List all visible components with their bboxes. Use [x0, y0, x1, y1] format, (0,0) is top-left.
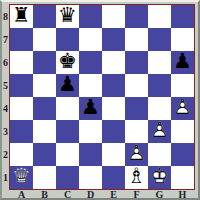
square-a2[interactable] [10, 143, 33, 166]
piece-white-pawn[interactable]: ♟ [148, 119, 171, 142]
rank-label-6: 6 [2, 51, 9, 74]
square-g2[interactable] [148, 143, 171, 166]
piece-black-pawn[interactable]: ♟ [56, 73, 79, 96]
file-label-A: A [10, 190, 33, 200]
chess-diagram: 87654321 ♜♛♚♟♟♟♟♙♟♙♟♙♛♕♝♗♚♔ ABCDEFGH [0, 0, 200, 200]
file-label-H: H [171, 190, 194, 200]
square-g5[interactable] [148, 74, 171, 97]
square-f2[interactable]: ♟♙ [125, 143, 148, 166]
square-c2[interactable] [56, 143, 79, 166]
square-b4[interactable] [33, 97, 56, 120]
square-d8[interactable] [79, 5, 102, 28]
square-b6[interactable] [33, 51, 56, 74]
square-b7[interactable] [33, 28, 56, 51]
square-h5[interactable] [171, 74, 194, 97]
piece-white-pawn[interactable]: ♟ [125, 142, 148, 165]
square-g1[interactable]: ♚♔ [148, 166, 171, 189]
square-e5[interactable] [102, 74, 125, 97]
piece-black-pawn[interactable]: ♟ [171, 50, 194, 73]
square-c3[interactable] [56, 120, 79, 143]
square-h2[interactable] [171, 143, 194, 166]
square-e4[interactable] [102, 97, 125, 120]
square-d2[interactable] [79, 143, 102, 166]
square-c5[interactable]: ♟ [56, 74, 79, 97]
piece-white-bishop-outline: ♗ [125, 165, 148, 188]
file-label-E: E [102, 190, 125, 200]
square-a5[interactable] [10, 74, 33, 97]
rank-labels: 87654321 [2, 5, 9, 189]
rank-label-3: 3 [2, 120, 9, 143]
square-a1[interactable]: ♛♕ [10, 166, 33, 189]
square-f5[interactable] [125, 74, 148, 97]
square-b1[interactable] [33, 166, 56, 189]
piece-white-pawn-outline: ♙ [125, 142, 148, 165]
square-d6[interactable] [79, 51, 102, 74]
square-c7[interactable] [56, 28, 79, 51]
file-label-C: C [56, 190, 79, 200]
piece-white-queen-outline: ♕ [10, 165, 33, 188]
square-e6[interactable] [102, 51, 125, 74]
piece-white-bishop[interactable]: ♝ [125, 165, 148, 188]
rank-label-2: 2 [2, 143, 9, 166]
square-a3[interactable] [10, 120, 33, 143]
square-g4[interactable] [148, 97, 171, 120]
square-e3[interactable] [102, 120, 125, 143]
square-f8[interactable] [125, 5, 148, 28]
square-e2[interactable] [102, 143, 125, 166]
square-g3[interactable]: ♟♙ [148, 120, 171, 143]
piece-white-pawn[interactable]: ♟ [171, 96, 194, 119]
piece-white-pawn-outline: ♙ [148, 119, 171, 142]
square-f6[interactable] [125, 51, 148, 74]
square-c8[interactable]: ♛ [56, 5, 79, 28]
square-c6[interactable]: ♚ [56, 51, 79, 74]
square-h7[interactable] [171, 28, 194, 51]
rank-label-8: 8 [2, 5, 9, 28]
piece-black-rook[interactable]: ♜ [10, 4, 33, 27]
chess-board[interactable]: ♜♛♚♟♟♟♟♙♟♙♟♙♛♕♝♗♚♔ [9, 4, 195, 190]
square-h4[interactable]: ♟♙ [171, 97, 194, 120]
square-d3[interactable] [79, 120, 102, 143]
rank-label-1: 1 [2, 166, 9, 189]
square-a6[interactable] [10, 51, 33, 74]
file-label-F: F [125, 190, 148, 200]
square-c4[interactable] [56, 97, 79, 120]
square-d4[interactable]: ♟ [79, 97, 102, 120]
square-b8[interactable] [33, 5, 56, 28]
square-f1[interactable]: ♝♗ [125, 166, 148, 189]
piece-black-king[interactable]: ♚ [56, 50, 79, 73]
piece-white-pawn-outline: ♙ [171, 96, 194, 119]
square-g7[interactable] [148, 28, 171, 51]
file-label-G: G [148, 190, 171, 200]
square-c1[interactable] [56, 166, 79, 189]
file-label-D: D [79, 190, 102, 200]
piece-white-queen[interactable]: ♛ [10, 165, 33, 188]
square-b2[interactable] [33, 143, 56, 166]
file-label-B: B [33, 190, 56, 200]
square-b3[interactable] [33, 120, 56, 143]
square-h3[interactable] [171, 120, 194, 143]
square-h6[interactable]: ♟ [171, 51, 194, 74]
square-d1[interactable] [79, 166, 102, 189]
rank-label-5: 5 [2, 74, 9, 97]
file-labels: ABCDEFGH [10, 190, 194, 200]
square-b5[interactable] [33, 74, 56, 97]
square-f3[interactable] [125, 120, 148, 143]
square-e1[interactable] [102, 166, 125, 189]
square-e7[interactable] [102, 28, 125, 51]
piece-white-king[interactable]: ♚ [148, 165, 171, 188]
square-h1[interactable] [171, 166, 194, 189]
square-f7[interactable] [125, 28, 148, 51]
square-e8[interactable] [102, 5, 125, 28]
square-g6[interactable] [148, 51, 171, 74]
square-h8[interactable] [171, 5, 194, 28]
piece-white-king-outline: ♔ [148, 165, 171, 188]
square-d7[interactable] [79, 28, 102, 51]
rank-label-4: 4 [2, 97, 9, 120]
square-d5[interactable] [79, 74, 102, 97]
square-a7[interactable] [10, 28, 33, 51]
piece-black-queen[interactable]: ♛ [56, 4, 79, 27]
square-f4[interactable] [125, 97, 148, 120]
square-a8[interactable]: ♜ [10, 5, 33, 28]
square-g8[interactable] [148, 5, 171, 28]
piece-black-pawn[interactable]: ♟ [79, 96, 102, 119]
rank-label-7: 7 [2, 28, 9, 51]
square-a4[interactable] [10, 97, 33, 120]
